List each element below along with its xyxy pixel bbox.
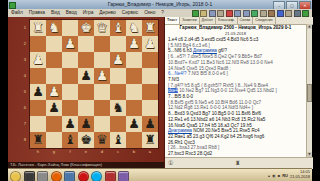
- rank-label-7: 7: [22, 116, 28, 132]
- move-text: 12.Nd2 Rg8 13.Re1 0-0-0 14.Ndf3 Nd4+ ]: [168, 105, 253, 110]
- square-c4[interactable]: [110, 68, 126, 84]
- language-indicator[interactable]: RU: [282, 173, 288, 178]
- menu-item-игра[interactable]: Игра: [80, 9, 97, 17]
- moves-list[interactable]: 1.e4 c6 2.d4 d5 3.exd5 cxd5 4.Bd3 Nc6 5.…: [168, 37, 306, 157]
- white-knight: ♞: [126, 20, 142, 36]
- folder-icon[interactable]: [10, 171, 21, 181]
- square-c8[interactable]: ♝: [110, 132, 126, 148]
- square-f6[interactable]: [62, 100, 78, 116]
- notation-tabs: ТекстЗаметкиДебютКлассиф.СвязиСведения: [165, 17, 313, 25]
- square-b3[interactable]: [126, 52, 142, 68]
- square-f5[interactable]: [62, 84, 78, 100]
- square-g5[interactable]: ♟: [46, 84, 62, 100]
- taskbar: ▴◉▪ RU 14:05 21.05.2018: [8, 168, 312, 180]
- network-icon[interactable]: ▪: [277, 173, 280, 178]
- white-bishop: ♝: [110, 20, 126, 36]
- system-tray: ▴◉▪ RU 14:05 21.05.2018: [268, 169, 311, 180]
- forward-icon[interactable]: [243, 10, 250, 17]
- black-pawn: ♟: [126, 116, 142, 132]
- square-a7[interactable]: ♟: [142, 116, 158, 132]
- white-pawn: ♟: [46, 84, 62, 100]
- move-line-21[interactable]: 27.bxc3 Rxc3 28.Qd2: [168, 151, 306, 157]
- square-f2[interactable]: ♟: [62, 36, 78, 52]
- move-text: 7.Nf3 Bf5 8.0-0 e6 ]: [187, 71, 228, 76]
- file-label-a: a: [142, 149, 158, 155]
- rank-label-2: 2: [22, 36, 28, 52]
- white-pawn: ♟: [30, 52, 46, 68]
- diagram-link[interactable]: Диаграмма: [193, 48, 217, 53]
- engine-icon[interactable]: [285, 10, 292, 17]
- rank-label-1: 1: [22, 20, 28, 36]
- black-queen: ♛: [94, 132, 110, 148]
- square-a3[interactable]: [142, 52, 158, 68]
- square-e6[interactable]: [78, 100, 94, 116]
- square-e1[interactable]: ♚: [78, 20, 94, 36]
- square-d8[interactable]: ♛: [94, 132, 110, 148]
- file-label-b: b: [126, 149, 142, 155]
- square-g2[interactable]: [46, 36, 62, 52]
- square-d4[interactable]: ♟: [94, 68, 110, 84]
- square-h3[interactable]: ♟: [30, 52, 46, 68]
- open-icon[interactable]: [200, 10, 207, 17]
- move-text: [ 5.Nf3 Bg4 6.c3 e6 ]: [168, 43, 210, 48]
- black-pawn: ♟: [46, 100, 62, 116]
- black-pawn: ♟: [142, 116, 158, 132]
- notation-scrollbar[interactable]: ▲ ▼: [306, 24, 312, 157]
- tab-текст[interactable]: Текст: [165, 17, 180, 24]
- move-text: [ 7.g4!? h5 8.g5 ( 8.gxh5!? Rxh5 ) 8...N…: [168, 83, 268, 88]
- black-rook: ♜: [142, 132, 158, 148]
- square-e5[interactable]: [78, 84, 94, 100]
- pieces-tray-icon[interactable]: ♜: [235, 159, 240, 166]
- file-label-d: d: [94, 149, 110, 155]
- square-b5[interactable]: [126, 84, 142, 100]
- square-g1[interactable]: ♞: [46, 20, 62, 36]
- tray-expand-icon[interactable]: ▴: [268, 173, 270, 178]
- move-text: [ 8.Bxf5 gxf5 9.Ne5 e6 10.Bf4 Bd6 11.0-0…: [168, 100, 261, 105]
- square-h6[interactable]: [30, 100, 46, 116]
- scrollbar-thumb[interactable]: [307, 84, 312, 102]
- main-area: 12345678 ♜♞♚♛♝♞♜♟♟♟♟♟♟♟♟♟♟♞♟♟♟♟♜♝♚♛♝♜ hg…: [8, 17, 312, 168]
- square-f4[interactable]: [62, 68, 78, 84]
- move-text: 7.Nf3: [168, 77, 179, 82]
- file-label-f: f: [62, 149, 78, 155]
- square-c5[interactable]: [110, 84, 126, 100]
- media-player-icon[interactable]: [37, 171, 48, 181]
- white-pawn: ♟: [62, 36, 78, 52]
- square-e4[interactable]: ♟: [78, 68, 94, 84]
- black-pawn: ♟: [62, 116, 78, 132]
- menu-item-правка[interactable]: Правка: [26, 9, 48, 17]
- square-d2[interactable]: [94, 36, 110, 52]
- white-pawn: ♟: [126, 36, 142, 52]
- square-a5[interactable]: [142, 84, 158, 100]
- app-window: Гарнюк_Владимир - Немцов_Игорь, 2018 0-1…: [8, 0, 312, 180]
- rank-label-6: 6: [22, 100, 28, 116]
- vk-icon[interactable]: [64, 171, 75, 181]
- move-text: 22.Rae1 a5 23.g3 Qf6 24.Kg2 b4 25.hxg6 h…: [168, 134, 264, 139]
- screen: Гарнюк_Владимир - Немцов_Игорь, 2018 0-1…: [0, 0, 320, 180]
- square-f8[interactable]: ♝: [62, 132, 78, 148]
- white-pawn: ♟: [110, 52, 126, 68]
- file-label-e: e: [78, 149, 94, 155]
- square-c2[interactable]: [110, 36, 126, 52]
- square-f3[interactable]: [62, 52, 78, 68]
- square-c3[interactable]: ♟: [110, 52, 126, 68]
- rank-label-4: 4: [22, 68, 28, 84]
- skype-icon[interactable]: [91, 171, 102, 181]
- move-text: 7...Bf5 8.0-0: [168, 94, 193, 99]
- white-rook: ♜: [30, 20, 46, 36]
- menu-item-?[interactable]: ?: [158, 9, 167, 17]
- square-a2[interactable]: ♟: [142, 36, 158, 52]
- app-purple-icon[interactable]: [118, 171, 129, 181]
- tree-icon[interactable]: [268, 10, 275, 17]
- square-a6[interactable]: [142, 100, 158, 116]
- move-text: 8...Bxd3 9.Qxd3 Bg7 10.Bg5 0-0 11.Bxf6 B…: [168, 111, 261, 116]
- app-red-icon[interactable]: [105, 171, 116, 181]
- square-b1[interactable]: ♞: [126, 20, 142, 36]
- pillarbox-left: [0, 0, 8, 180]
- move-text: 14.Nxe5 Qxe5 15.Qxe3 Rad8 ;: [168, 66, 231, 71]
- new-game-icon[interactable]: [192, 10, 199, 17]
- white-king: ♚: [78, 20, 94, 36]
- black-pawn: ♟: [30, 84, 46, 100]
- white-pawn: ♟: [94, 68, 110, 84]
- opera-icon[interactable]: [78, 171, 89, 181]
- square-a8[interactable]: ♜: [142, 132, 158, 148]
- white-rook: ♜: [142, 20, 158, 36]
- scroll-up-icon[interactable]: ▲: [307, 24, 312, 29]
- square-d5[interactable]: [94, 84, 110, 100]
- square-g6[interactable]: ♟: [46, 100, 62, 116]
- browser-icon[interactable]: [24, 171, 35, 181]
- square-b4[interactable]: [126, 68, 142, 84]
- tab-заметки[interactable]: Заметки: [180, 17, 200, 24]
- square-e8[interactable]: ♚: [78, 132, 94, 148]
- move-text: [ 6...e5?! 7.dxe5 Nxe5 8.Qe2 Qe7 9.Bb5+ …: [168, 54, 262, 59]
- white-knight: ♞: [46, 20, 62, 36]
- square-f1[interactable]: [62, 20, 78, 36]
- square-a4[interactable]: [142, 68, 158, 84]
- black-bishop: ♝: [62, 132, 78, 148]
- file-label-g: g: [46, 149, 62, 155]
- volume-icon[interactable]: ◉: [272, 173, 276, 178]
- window-title: Гарнюк_Владимир - Немцов_Игорь, 2018 0-1: [8, 1, 312, 7]
- square-a1[interactable]: ♜: [142, 20, 158, 36]
- white-queen: ♛: [94, 20, 110, 36]
- pillarbox-right: [312, 0, 320, 180]
- selected-move[interactable]: dxe4: [168, 88, 178, 93]
- move-text: 10.Bxd7+ Kxd7 11.Be3 Nc6 12.Nf3 Re8 13.0…: [168, 60, 273, 65]
- black-rook: ♜: [30, 132, 46, 148]
- white-pawn: ♟: [142, 36, 158, 52]
- taskbar-clock[interactable]: 14:05 21.05.2018: [290, 170, 311, 179]
- move-text: 12.Re1 e6 13.Nbd2 a6 14.Nb3 Rc8 15.Rc2 N…: [168, 117, 265, 122]
- square-g4[interactable]: [46, 68, 62, 84]
- square-h1[interactable]: ♜: [30, 20, 46, 36]
- delete-icon[interactable]: [226, 10, 233, 17]
- square-d7[interactable]: [94, 116, 110, 132]
- move-text: 6...Ne4!?: [168, 71, 187, 76]
- game-date: 21.05.2018: [165, 31, 306, 36]
- back-icon[interactable]: [234, 10, 241, 17]
- square-c6[interactable]: ♞: [110, 100, 126, 116]
- black-pawn: ♟: [78, 68, 94, 84]
- square-g7[interactable]: [46, 116, 62, 132]
- move-text: 5...Nf6 6.h3: [168, 48, 193, 53]
- square-h5[interactable]: ♟: [30, 84, 46, 100]
- square-d6[interactable]: [94, 100, 110, 116]
- diagram-link[interactable]: Диаграмма: [168, 128, 192, 133]
- square-h4[interactable]: [30, 68, 46, 84]
- menu-item-окно[interactable]: Окно: [141, 9, 158, 17]
- square-f7[interactable]: ♟: [62, 116, 78, 132]
- chess-board[interactable]: ♜♞♚♛♝♞♜♟♟♟♟♟♟♟♟♟♟♞♟♟♟♟♜♝♚♛♝♜: [29, 19, 159, 149]
- settings-icon[interactable]: [294, 10, 301, 17]
- square-d1[interactable]: ♛: [94, 20, 110, 36]
- move-text: g6!?: [217, 48, 227, 53]
- rank-label-5: 5: [22, 84, 28, 100]
- board-icon[interactable]: [260, 10, 267, 17]
- notation-panel: ТекстЗаметкиДебютКлассиф.СвязиСведения Г…: [164, 17, 312, 168]
- square-g8[interactable]: [46, 132, 62, 148]
- move-text: 10.Ne2 Bg7 11.Ng3 0-0 12.Nxe4 Qd5 13.Nbd…: [178, 88, 277, 93]
- square-b8[interactable]: [126, 132, 142, 148]
- board-pane: 12345678 ♜♞♚♛♝♞♜♟♟♟♟♟♟♟♟♟♟♞♟♟♟♟♜♝♚♛♝♜ hg…: [8, 17, 164, 168]
- black-knight: ♞: [110, 100, 126, 116]
- tab-классиф.[interactable]: Классиф.: [216, 17, 238, 24]
- help-icon[interactable]: [302, 10, 309, 17]
- menu-item-файл[interactable]: Файл: [8, 9, 26, 17]
- square-b7[interactable]: ♟: [126, 116, 142, 132]
- square-e3[interactable]: [78, 52, 94, 68]
- clock-date: 21.05.2018: [290, 175, 310, 180]
- square-e7[interactable]: ♟: [78, 116, 94, 132]
- move-text: 26.Rh1 Qxc3: [168, 140, 195, 145]
- move-text: 16.Nxa5 Qxa5 17.h4 b5 18.a3 Qc7 19.h5: [168, 123, 252, 128]
- black-pawn: ♟: [78, 116, 94, 132]
- black-bishop: ♝: [110, 132, 126, 148]
- move-text: [ 26...bxa3 27.bxa3 Rb8 ]: [168, 145, 219, 150]
- square-h2[interactable]: [30, 36, 46, 52]
- annotation-circle-icon[interactable]: ①: [168, 159, 173, 166]
- move-text: NOM 20.Ne5 Bxe5 21.Rxe5 Rc4: [192, 128, 260, 133]
- square-e2[interactable]: [78, 36, 94, 52]
- square-c1[interactable]: ♝: [110, 20, 126, 36]
- move-text: 1.e4 c6 2.d4 d5 3.exd5 cxd5 4.Bd3 Nc6 5.…: [168, 37, 258, 42]
- move-text: 27.bxc3 Rxc3 28.Qd2: [168, 151, 212, 156]
- square-b6[interactable]: [126, 100, 142, 116]
- square-h8[interactable]: ♜: [30, 132, 46, 148]
- tab-дебют[interactable]: Дебют: [200, 17, 216, 24]
- rank-label-3: 3: [22, 52, 28, 68]
- square-c7[interactable]: [110, 116, 126, 132]
- game-header: Гарнюк_Владимир 2500 - Немцов_Игорь 2029…: [165, 25, 306, 36]
- square-b2[interactable]: ♟: [126, 36, 142, 52]
- file-labels: hgfedcba: [30, 149, 158, 155]
- database-icon[interactable]: [277, 10, 284, 17]
- tab-сведения[interactable]: Сведения: [253, 17, 275, 24]
- menu-item-сервис[interactable]: Сервис: [119, 9, 141, 17]
- square-d3[interactable]: [94, 52, 110, 68]
- rank-labels: 12345678: [22, 20, 28, 148]
- menu-item-ввод[interactable]: Ввод: [63, 9, 80, 17]
- menu-item-дерево[interactable]: Дерево: [96, 9, 118, 17]
- tab-связи[interactable]: Связи: [238, 17, 254, 24]
- rank-label-8: 8: [22, 132, 28, 148]
- square-g3[interactable]: [46, 52, 62, 68]
- print-icon[interactable]: [217, 10, 224, 17]
- file-label-h: h: [30, 149, 46, 155]
- black-king: ♚: [78, 132, 94, 148]
- save-icon[interactable]: [209, 10, 216, 17]
- play-icon[interactable]: [251, 10, 258, 17]
- square-h7[interactable]: [30, 116, 46, 132]
- file-label-c: c: [110, 149, 126, 155]
- toolbar: [192, 10, 310, 17]
- menu-item-вид[interactable]: Вид: [48, 9, 63, 17]
- firefox-icon[interactable]: [51, 171, 62, 181]
